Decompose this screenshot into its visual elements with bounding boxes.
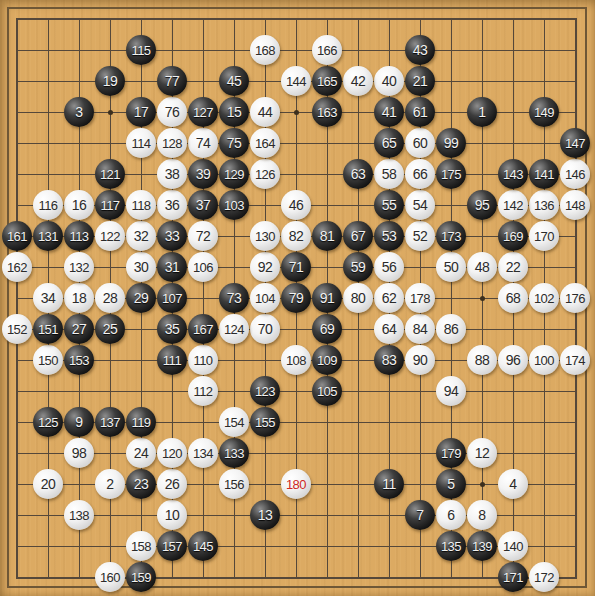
stone-white-82: 82	[281, 221, 311, 251]
stone-black-41: 41	[374, 97, 404, 127]
stone-white-152: 152	[2, 314, 32, 344]
stone-black-79: 79	[281, 283, 311, 313]
stone-black-103: 103	[219, 190, 249, 220]
stone-white-112: 112	[188, 376, 218, 406]
stone-white-170: 170	[529, 221, 559, 251]
stone-white-136: 136	[529, 190, 559, 220]
stone-white-16: 16	[64, 190, 94, 220]
stone-white-164: 164	[250, 128, 280, 158]
stone-white-160: 160	[95, 562, 125, 592]
stone-white-42: 42	[343, 66, 373, 96]
stone-black-39: 39	[188, 159, 218, 189]
stone-white-8: 8	[467, 500, 497, 530]
stone-black-1: 1	[467, 97, 497, 127]
stone-black-17: 17	[126, 97, 156, 127]
stone-black-29: 29	[126, 283, 156, 313]
stone-white-34: 34	[33, 283, 63, 313]
stone-black-149: 149	[529, 97, 559, 127]
stone-white-124: 124	[219, 314, 249, 344]
stone-black-23: 23	[126, 469, 156, 499]
stone-white-20: 20	[33, 469, 63, 499]
stone-black-139: 139	[467, 531, 497, 561]
stone-black-167: 167	[188, 314, 218, 344]
stone-white-6: 6	[436, 500, 466, 530]
stone-white-180-last-move: 180	[281, 469, 311, 499]
stone-black-157: 157	[157, 531, 187, 561]
stone-white-178: 178	[405, 283, 435, 313]
stone-white-132: 132	[64, 252, 94, 282]
stone-white-66: 66	[405, 159, 435, 189]
stone-black-121: 121	[95, 159, 125, 189]
stone-white-38: 38	[157, 159, 187, 189]
stone-white-142: 142	[498, 190, 528, 220]
stone-white-146: 146	[560, 159, 590, 189]
stone-white-24: 24	[126, 438, 156, 468]
stone-black-55: 55	[374, 190, 404, 220]
stone-black-91: 91	[312, 283, 342, 313]
stone-black-67: 67	[343, 221, 373, 251]
stone-white-126: 126	[250, 159, 280, 189]
stone-white-122: 122	[95, 221, 125, 251]
stone-white-110: 110	[188, 345, 218, 375]
stone-white-30: 30	[126, 252, 156, 282]
stone-white-140: 140	[498, 531, 528, 561]
stone-white-148: 148	[560, 190, 590, 220]
stone-white-128: 128	[157, 128, 187, 158]
stone-white-54: 54	[405, 190, 435, 220]
stone-black-83: 83	[374, 345, 404, 375]
stone-white-104: 104	[250, 283, 280, 313]
stone-white-60: 60	[405, 128, 435, 158]
stone-white-156: 156	[219, 469, 249, 499]
stone-black-159: 159	[126, 562, 156, 592]
stone-white-80: 80	[343, 283, 373, 313]
stone-white-94: 94	[436, 376, 466, 406]
stone-white-64: 64	[374, 314, 404, 344]
stone-white-90: 90	[405, 345, 435, 375]
stone-white-114: 114	[126, 128, 156, 158]
stone-white-130: 130	[250, 221, 280, 251]
stone-black-161: 161	[2, 221, 32, 251]
stone-white-56: 56	[374, 252, 404, 282]
stone-black-21: 21	[405, 66, 435, 96]
stone-black-129: 129	[219, 159, 249, 189]
stone-white-36: 36	[157, 190, 187, 220]
stone-black-175: 175	[436, 159, 466, 189]
stone-black-73: 73	[219, 283, 249, 313]
stone-black-27: 27	[64, 314, 94, 344]
stone-black-61: 61	[405, 97, 435, 127]
stone-white-58: 58	[374, 159, 404, 189]
stone-black-33: 33	[157, 221, 187, 251]
stone-black-5: 5	[436, 469, 466, 499]
stone-black-141: 141	[529, 159, 559, 189]
stone-white-116: 116	[33, 190, 63, 220]
stone-black-171: 171	[498, 562, 528, 592]
stone-white-26: 26	[157, 469, 187, 499]
stone-white-106: 106	[188, 252, 218, 282]
stone-white-62: 62	[374, 283, 404, 313]
stone-black-133: 133	[219, 438, 249, 468]
stone-black-63: 63	[343, 159, 373, 189]
stone-white-102: 102	[529, 283, 559, 313]
stone-black-165: 165	[312, 66, 342, 96]
stone-white-120: 120	[157, 438, 187, 468]
stone-white-52: 52	[405, 221, 435, 251]
stone-black-131: 131	[33, 221, 63, 251]
stone-black-3: 3	[64, 97, 94, 127]
stone-white-18: 18	[64, 283, 94, 313]
stone-black-115: 115	[126, 35, 156, 65]
stone-white-46: 46	[281, 190, 311, 220]
stone-white-50: 50	[436, 252, 466, 282]
stone-black-31: 31	[157, 252, 187, 282]
stone-white-154: 154	[219, 407, 249, 437]
stone-black-135: 135	[436, 531, 466, 561]
stone-black-53: 53	[374, 221, 404, 251]
stone-black-179: 179	[436, 438, 466, 468]
stone-black-59: 59	[343, 252, 373, 282]
stone-black-9: 9	[64, 407, 94, 437]
stone-black-153: 153	[64, 345, 94, 375]
stone-black-77: 77	[157, 66, 187, 96]
stone-black-99: 99	[436, 128, 466, 158]
stone-black-109: 109	[312, 345, 342, 375]
stone-white-40: 40	[374, 66, 404, 96]
stone-white-158: 158	[126, 531, 156, 561]
stone-white-22: 22	[498, 252, 528, 282]
stone-black-71: 71	[281, 252, 311, 282]
stone-black-137: 137	[95, 407, 125, 437]
stone-black-169: 169	[498, 221, 528, 251]
stone-black-125: 125	[33, 407, 63, 437]
stone-black-119: 119	[126, 407, 156, 437]
stone-black-75: 75	[219, 128, 249, 158]
stone-black-143: 143	[498, 159, 528, 189]
stone-black-37: 37	[188, 190, 218, 220]
stone-white-4: 4	[498, 469, 528, 499]
stone-white-48: 48	[467, 252, 497, 282]
stone-white-100: 100	[529, 345, 559, 375]
stone-white-108: 108	[281, 345, 311, 375]
stone-black-7: 7	[405, 500, 435, 530]
stone-black-111: 111	[157, 345, 187, 375]
stone-black-45: 45	[219, 66, 249, 96]
stone-white-96: 96	[498, 345, 528, 375]
stone-black-65: 65	[374, 128, 404, 158]
stone-black-147: 147	[560, 128, 590, 158]
stone-white-134: 134	[188, 438, 218, 468]
stone-black-13: 13	[250, 500, 280, 530]
stone-black-25: 25	[95, 314, 125, 344]
stone-white-166: 166	[312, 35, 342, 65]
stone-black-95: 95	[467, 190, 497, 220]
stone-black-19: 19	[95, 66, 125, 96]
stone-black-123: 123	[250, 376, 280, 406]
stone-black-173: 173	[436, 221, 466, 251]
stone-white-150: 150	[33, 345, 63, 375]
stone-white-168: 168	[250, 35, 280, 65]
stone-black-69: 69	[312, 314, 342, 344]
stone-white-68: 68	[498, 283, 528, 313]
stone-white-86: 86	[436, 314, 466, 344]
stone-black-117: 117	[95, 190, 125, 220]
stone-black-163: 163	[312, 97, 342, 127]
stone-black-15: 15	[219, 97, 249, 127]
stone-white-118: 118	[126, 190, 156, 220]
stone-black-145: 145	[188, 531, 218, 561]
stone-black-151: 151	[33, 314, 63, 344]
stone-white-98: 98	[64, 438, 94, 468]
stone-white-12: 12	[467, 438, 497, 468]
stone-black-127: 127	[188, 97, 218, 127]
stone-white-44: 44	[250, 97, 280, 127]
stone-white-172: 172	[529, 562, 559, 592]
stone-white-28: 28	[95, 283, 125, 313]
stone-white-2: 2	[95, 469, 125, 499]
stone-black-43: 43	[405, 35, 435, 65]
stone-white-70: 70	[250, 314, 280, 344]
stone-white-176: 176	[560, 283, 590, 313]
stone-white-174: 174	[560, 345, 590, 375]
stone-white-84: 84	[405, 314, 435, 344]
stone-black-35: 35	[157, 314, 187, 344]
stone-white-138: 138	[64, 500, 94, 530]
go-board-screen: 1234567891011121315161718192021222324252…	[0, 0, 595, 596]
stone-black-105: 105	[312, 376, 342, 406]
stone-black-113: 113	[64, 221, 94, 251]
stone-white-76: 76	[157, 97, 187, 127]
stone-white-10: 10	[157, 500, 187, 530]
stone-white-72: 72	[188, 221, 218, 251]
stone-white-144: 144	[281, 66, 311, 96]
stones-layer: 1234567891011121315161718192021222324252…	[2, 4, 591, 593]
stone-black-81: 81	[312, 221, 342, 251]
stone-white-162: 162	[2, 252, 32, 282]
stone-black-107: 107	[157, 283, 187, 313]
stone-black-155: 155	[250, 407, 280, 437]
stone-white-74: 74	[188, 128, 218, 158]
stone-white-32: 32	[126, 221, 156, 251]
stone-white-88: 88	[467, 345, 497, 375]
stone-white-92: 92	[250, 252, 280, 282]
stone-black-11: 11	[374, 469, 404, 499]
